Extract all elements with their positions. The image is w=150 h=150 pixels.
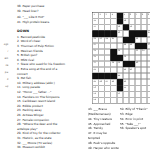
cell-number: 52 [93, 92, 95, 94]
cell-number: 54 [93, 98, 95, 100]
cell-number: 38 [112, 62, 114, 64]
clue-text: "Honor ___ father ..." [22, 90, 51, 93]
cell-number: 35 [93, 56, 95, 58]
crossword-grid[interactable]: 1234567891011121314151617181920212223242… [92, 12, 150, 104]
clue-text: Paper purchase [22, 4, 44, 7]
cell-number: 16 [124, 19, 126, 21]
clue-number: 6. [17, 58, 20, 61]
clue-number: 45. [88, 122, 92, 125]
clue: 28."Where the deer and the antelope play… [17, 122, 67, 131]
clue-text: Billy of "Titanic" [125, 108, 147, 111]
clue-number: 28. [17, 122, 21, 125]
cell-number: 7 [136, 13, 137, 15]
clue-text: Speaker's spot [125, 127, 146, 130]
crossword-page: agoremnepwdup 38.Paper purchase39.Head l… [0, 0, 150, 150]
clipped-across-clue-column: agoremnepwdup [0, 40, 9, 89]
down-clues-list: 1.Banned pesticide2.Word of cheer3.Thurm… [17, 35, 67, 150]
clipped-clue-fragment: pw [0, 68, 9, 75]
clue: 47.It may be tempted [88, 131, 119, 141]
clue-text: Packing away [22, 109, 41, 112]
clipped-clue-fragment: ne [0, 61, 9, 68]
clue: 56.Speaker's spot [120, 126, 150, 131]
clue-text: Head liner? [22, 10, 38, 13]
cell-number: 45 [93, 80, 95, 82]
clue-number: 50. [120, 108, 124, 111]
clue: 36.Museum exhibit [17, 145, 67, 150]
clue-text: Error in print [125, 117, 143, 120]
clue-number: 55. [120, 122, 124, 125]
cell-number: 40 [136, 62, 138, 64]
clue-number: 44. [88, 117, 92, 120]
cell-number: 53 [118, 92, 120, 94]
grid-cell[interactable] [147, 97, 150, 103]
clipped-clue-fragment: up [0, 82, 9, 89]
clue-number: 7. [17, 63, 20, 66]
cell-number: 44 [118, 74, 120, 76]
clue-number: 8. [17, 67, 20, 70]
clue-text: Long parade [22, 86, 40, 89]
clue-number: 12. [17, 90, 21, 93]
clue-text: Approached [93, 122, 110, 125]
clue-number: 46. [88, 127, 92, 130]
cell-number: 22 [93, 37, 95, 39]
cell-number: 27 [93, 44, 95, 46]
clue-text: Thurman of Pulp Fiction [21, 44, 54, 47]
cell-number: 47 [106, 80, 108, 82]
clue-number: 27. [17, 118, 21, 121]
clue: 43.___ Brava (Mediterranean) [88, 107, 119, 117]
clue-number: 26. [17, 113, 21, 116]
clue-text: Flanders on The Simpsons [22, 95, 59, 98]
clue-number: 41. [17, 21, 21, 24]
clue-number: 2. [17, 40, 20, 43]
clue-text: Actress Winger [22, 113, 43, 116]
cell-number: 9 [148, 13, 149, 15]
clue-number: 48. [88, 141, 92, 144]
cell-number: 37 [93, 62, 95, 64]
cell-number: 33 [136, 50, 138, 52]
clue-number: 49. [88, 146, 92, 149]
clue-text: Tiny creature [93, 117, 111, 120]
clue-number: 32. [17, 141, 21, 144]
bottom-left-clue-column: 43.___ Brava (Mediterranean)44.Tiny crea… [88, 107, 119, 150]
clue-number: 40. [17, 15, 21, 18]
down-section-heading: DOWN [17, 29, 67, 33]
clue-text: Slave who sued for his freedom [21, 63, 65, 66]
cell-number: 3 [106, 13, 107, 15]
clue-text: Edge [125, 112, 132, 115]
clue-number: 53. [120, 112, 124, 115]
cell-number: 8 [142, 13, 143, 15]
clue-number: 54. [120, 117, 124, 120]
cell-number: 15 [93, 19, 95, 21]
clue-text: Kind of toy for the collector [22, 132, 60, 135]
clue-text: Military address (abbr.) [22, 81, 54, 84]
clue: 49.Harper who wrote To Kill a Mockingbir… [88, 145, 119, 150]
clue-text: Female companion [22, 118, 49, 121]
cell-number: 36 [124, 56, 126, 58]
clue-text: "Take ___!" [125, 122, 140, 125]
clue-number: 38. [17, 4, 21, 7]
cell-number: 18 [118, 25, 120, 27]
clue-number: 14. [17, 95, 21, 98]
cell-number: 34 [142, 50, 144, 52]
clue-text: Mexican friends [21, 49, 43, 52]
clue-number: 9. [17, 76, 20, 79]
clue-text: Extra song at the end of a concert [17, 67, 57, 75]
cell-number: 49 [124, 80, 126, 82]
clipped-clue-fragment: r [0, 47, 9, 54]
clue: 8.Extra song at the end of a concert [17, 67, 67, 76]
cell-number: 23 [100, 37, 102, 39]
bottom-right-clue-column-clipped: 50.Billy of "Titanic"53.Edge54.Error in … [120, 107, 150, 131]
cell-number: 28 [124, 44, 126, 46]
screenshot-viewport: agoremnepwdup 38.Paper purchase39.Head l… [0, 0, 150, 150]
clue-number: 31. [17, 136, 21, 139]
cell-number: 48 [112, 80, 114, 82]
cell-number: 21 [148, 31, 150, 33]
clue-number: 1. [17, 35, 20, 38]
cell-number: 1 [93, 13, 94, 15]
clue-number: 15. [17, 99, 21, 102]
clue-text: Trendy [93, 127, 102, 130]
clue-number: 39. [17, 10, 21, 13]
cell-number: 2 [100, 13, 101, 15]
cell-number: 51 [124, 86, 126, 88]
clue-text: Harper who wrote To Kill a Mockingbird [88, 146, 119, 150]
cell-number: 46 [100, 80, 102, 82]
clue-number: 36. [17, 145, 21, 148]
cell-number: 30 [148, 44, 150, 46]
cell-number: 6 [130, 13, 131, 15]
across-clues-continued: 38.Paper purchase39.Head liner?40."___ L… [17, 3, 67, 25]
cell-number: 20 [118, 31, 120, 33]
clue-text: MSN rival [21, 58, 34, 61]
clue: 41.High protein beans [17, 20, 67, 26]
cell-number: 24 [106, 37, 108, 39]
clue-number: 11. [17, 86, 21, 89]
clue-number: 5. [17, 53, 20, 56]
cell-number: 17 [93, 25, 95, 27]
cell-number: 39 [118, 62, 120, 64]
clue-number: 20. [17, 104, 21, 107]
cell-number: 43 [130, 68, 132, 70]
clipped-clue-fragment: d [0, 75, 9, 82]
cell-number: 25 [112, 37, 114, 39]
center-clue-column: 38.Paper purchase39.Head liner?40."___ L… [17, 3, 67, 150]
clue-number: 56. [120, 127, 124, 130]
clue-text: Historic, as the state [22, 136, 51, 139]
clipped-clue-fragment: em [0, 54, 9, 61]
clipped-clue-fragment: ago [0, 40, 9, 47]
clue-text: "___ Like It Hot" [22, 15, 44, 18]
clue-text: High protein beans [22, 21, 49, 24]
clue-text: Edible product [22, 104, 42, 107]
cell-number: 4 [112, 13, 113, 15]
cell-number: 41 [93, 68, 95, 70]
clue-text: Museum exhibit [22, 145, 44, 148]
clue-text: Push's opposite [93, 141, 115, 144]
clue-number: 4. [17, 49, 20, 52]
clue-text: Pet fish [21, 76, 31, 79]
clue-text: Caribbean resort island [22, 99, 55, 102]
clue-number: 47. [88, 131, 92, 134]
clue-text: Banned pesticide [21, 35, 45, 38]
cell-number: 32 [118, 50, 120, 52]
clue-text: "Where the deer and the antelope play" [17, 122, 57, 130]
clue-number: 43. [88, 108, 92, 111]
clue-number: 23. [17, 109, 21, 112]
cell-number: 19 [130, 25, 132, 27]
clue-number: 29. [17, 132, 21, 135]
clue-text: Word of cheer [21, 40, 41, 43]
clue-number: 10. [17, 81, 21, 84]
clue-text: ___ Moore (TV series) [22, 141, 52, 144]
cell-number: 5 [124, 13, 125, 15]
cell-number: 42 [124, 68, 126, 70]
clue-text: British gun? [21, 53, 38, 56]
clue-number: 3. [17, 44, 20, 47]
cell-number: 31 [93, 50, 95, 52]
cell-number: 50 [93, 86, 95, 88]
cell-number: 26 [136, 37, 138, 39]
cell-number: 29 [130, 44, 132, 46]
